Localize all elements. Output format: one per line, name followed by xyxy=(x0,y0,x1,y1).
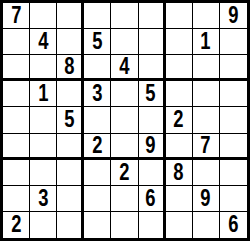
cell-r8c4[interactable] xyxy=(84,186,111,212)
sudoku-board: 7945184135522972836926 xyxy=(0,0,250,241)
cell-r7c6[interactable] xyxy=(139,160,166,186)
cell-r3c7[interactable] xyxy=(166,55,193,81)
cell-r1c8[interactable] xyxy=(193,3,220,29)
cell-r2c5[interactable] xyxy=(111,29,138,55)
cell-r6c1[interactable] xyxy=(3,134,30,160)
given-digit: 5 xyxy=(64,108,74,131)
cell-r2c6[interactable] xyxy=(139,29,166,55)
cell-r2c9[interactable] xyxy=(220,29,247,55)
cell-r1c1[interactable]: 7 xyxy=(3,3,30,29)
cell-r6c5[interactable] xyxy=(111,134,138,160)
given-digit: 2 xyxy=(174,108,184,131)
cell-r1c4[interactable] xyxy=(84,3,111,29)
cell-r9c9[interactable]: 6 xyxy=(220,212,247,238)
cell-r7c5[interactable]: 2 xyxy=(111,160,138,186)
cell-r5c4[interactable] xyxy=(84,107,111,133)
given-digit: 5 xyxy=(92,30,102,53)
cell-r9c8[interactable] xyxy=(193,212,220,238)
cell-r2c1[interactable] xyxy=(3,29,30,55)
cell-r7c8[interactable] xyxy=(193,160,220,186)
cell-r4c9[interactable] xyxy=(220,81,247,107)
cell-r9c5[interactable] xyxy=(111,212,138,238)
cell-r7c9[interactable] xyxy=(220,160,247,186)
cell-r3c2[interactable] xyxy=(30,55,57,81)
cell-r3c6[interactable] xyxy=(139,55,166,81)
cell-r3c5[interactable]: 4 xyxy=(111,55,138,81)
cell-r1c2[interactable] xyxy=(30,3,57,29)
cell-r4c2[interactable]: 1 xyxy=(30,81,57,107)
cell-r2c2[interactable]: 4 xyxy=(30,29,57,55)
cell-r3c8[interactable] xyxy=(193,55,220,81)
cell-r5c5[interactable] xyxy=(111,107,138,133)
given-digit: 1 xyxy=(38,82,48,105)
cell-r1c9[interactable]: 9 xyxy=(220,3,247,29)
cell-r8c5[interactable] xyxy=(111,186,138,212)
cell-r5c1[interactable] xyxy=(3,107,30,133)
cell-r4c6[interactable]: 5 xyxy=(139,81,166,107)
cell-r1c6[interactable] xyxy=(139,3,166,29)
cell-r4c1[interactable] xyxy=(3,81,30,107)
cell-r9c7[interactable] xyxy=(166,212,193,238)
cell-r3c3[interactable]: 8 xyxy=(57,55,84,81)
cell-r7c3[interactable] xyxy=(57,160,84,186)
cell-r5c6[interactable] xyxy=(139,107,166,133)
cell-r8c6[interactable]: 6 xyxy=(139,186,166,212)
cell-r5c9[interactable] xyxy=(220,107,247,133)
cell-r5c2[interactable] xyxy=(30,107,57,133)
cell-r4c5[interactable] xyxy=(111,81,138,107)
given-digit: 1 xyxy=(201,30,211,53)
given-digit: 6 xyxy=(228,213,238,236)
cell-r2c4[interactable]: 5 xyxy=(84,29,111,55)
cell-r9c4[interactable] xyxy=(84,212,111,238)
given-digit: 8 xyxy=(64,55,74,78)
cell-r4c3[interactable] xyxy=(57,81,84,107)
cell-r8c1[interactable] xyxy=(3,186,30,212)
cell-r3c9[interactable] xyxy=(220,55,247,81)
cell-r1c7[interactable] xyxy=(166,3,193,29)
cell-r2c7[interactable] xyxy=(166,29,193,55)
cell-r2c3[interactable] xyxy=(57,29,84,55)
cell-r8c7[interactable] xyxy=(166,186,193,212)
cell-r4c7[interactable] xyxy=(166,81,193,107)
given-digit: 5 xyxy=(145,82,155,105)
cell-r6c9[interactable] xyxy=(220,134,247,160)
given-digit: 9 xyxy=(145,134,155,157)
cell-r8c2[interactable]: 3 xyxy=(30,186,57,212)
cell-r8c8[interactable]: 9 xyxy=(193,186,220,212)
cell-r2c8[interactable]: 1 xyxy=(193,29,220,55)
cell-r6c2[interactable] xyxy=(30,134,57,160)
cell-r4c8[interactable] xyxy=(193,81,220,107)
cell-r8c9[interactable] xyxy=(220,186,247,212)
cell-r1c3[interactable] xyxy=(57,3,84,29)
cell-r7c7[interactable]: 8 xyxy=(166,160,193,186)
given-digit: 8 xyxy=(174,161,184,184)
given-digit: 3 xyxy=(38,187,48,210)
cell-r9c3[interactable] xyxy=(57,212,84,238)
given-digit: 4 xyxy=(38,30,48,53)
cell-r4c4[interactable]: 3 xyxy=(84,81,111,107)
given-digit: 2 xyxy=(119,161,129,184)
given-digit: 9 xyxy=(228,4,238,27)
given-digit: 6 xyxy=(145,187,155,210)
given-digit: 4 xyxy=(119,55,129,78)
cell-r6c8[interactable]: 7 xyxy=(193,134,220,160)
cell-r9c1[interactable]: 2 xyxy=(3,212,30,238)
cell-r3c4[interactable] xyxy=(84,55,111,81)
cell-r6c6[interactable]: 9 xyxy=(139,134,166,160)
cell-r7c2[interactable] xyxy=(30,160,57,186)
cell-r7c4[interactable] xyxy=(84,160,111,186)
given-digit: 2 xyxy=(92,134,102,157)
given-digit: 2 xyxy=(11,213,21,236)
given-digit: 3 xyxy=(92,82,102,105)
given-digit: 7 xyxy=(201,134,211,157)
cell-r6c7[interactable] xyxy=(166,134,193,160)
cell-r1c5[interactable] xyxy=(111,3,138,29)
given-digit: 9 xyxy=(201,187,211,210)
cell-r5c7[interactable]: 2 xyxy=(166,107,193,133)
cell-r6c4[interactable]: 2 xyxy=(84,134,111,160)
cell-r7c1[interactable] xyxy=(3,160,30,186)
given-digit: 7 xyxy=(11,4,21,27)
cell-r9c6[interactable] xyxy=(139,212,166,238)
cell-r5c8[interactable] xyxy=(193,107,220,133)
cell-r8c3[interactable] xyxy=(57,186,84,212)
cell-r9c2[interactable] xyxy=(30,212,57,238)
cell-r3c1[interactable] xyxy=(3,55,30,81)
cell-r6c3[interactable] xyxy=(57,134,84,160)
cell-r5c3[interactable]: 5 xyxy=(57,107,84,133)
